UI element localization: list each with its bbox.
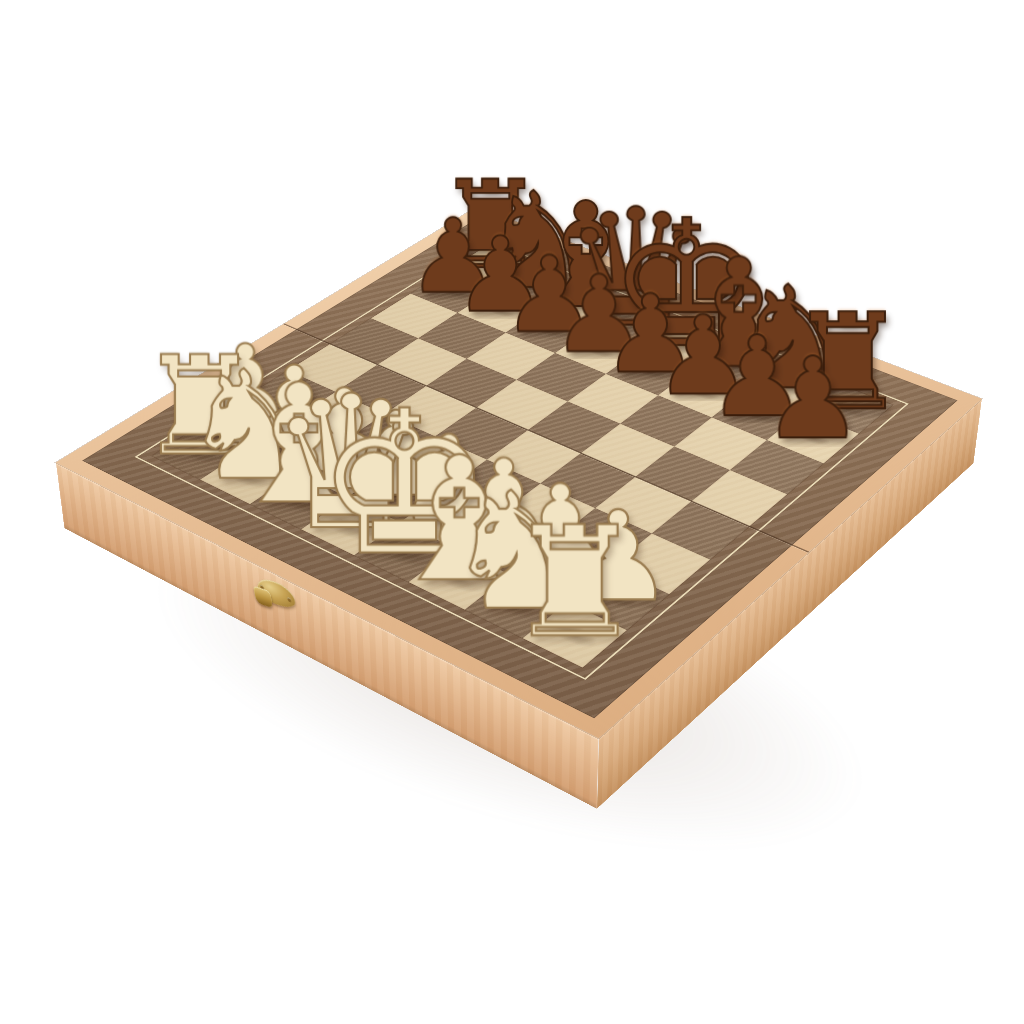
folding-chess-box: ♜♞♝♛♚♝♞♜♟♟♟♟♟♟♟♟♟♟♟♟♟♟♟♟♜♞♝♛♚♝♞♜ xyxy=(56,207,982,739)
product-photo: ♜♞♝♛♚♝♞♜♟♟♟♟♟♟♟♟♟♟♟♟♟♟♟♟♜♞♝♛♚♝♞♜ xyxy=(0,0,1024,1024)
scene-3d: ♜♞♝♛♚♝♞♜♟♟♟♟♟♟♟♟♟♟♟♟♟♟♟♟♜♞♝♛♚♝♞♜ xyxy=(0,0,1024,1024)
board-top: ♜♞♝♛♚♝♞♜♟♟♟♟♟♟♟♟♟♟♟♟♟♟♟♟♜♞♝♛♚♝♞♜ xyxy=(56,207,982,739)
